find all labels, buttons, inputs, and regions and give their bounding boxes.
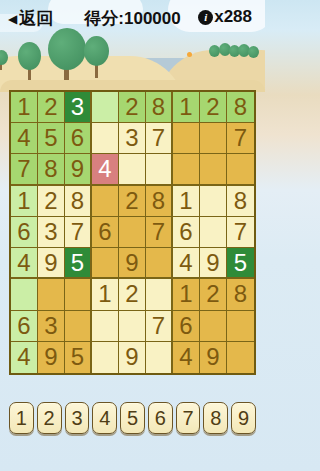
- sudoku-cell-r3c3[interactable]: 9: [65, 154, 92, 185]
- sudoku-cell-r3c1[interactable]: 7: [11, 154, 38, 185]
- numpad-key-9[interactable]: 9: [231, 402, 256, 434]
- sudoku-cell-r7c5[interactable]: 2: [119, 279, 146, 310]
- sudoku-cell-r5c9[interactable]: 7: [227, 217, 254, 248]
- numpad-key-4[interactable]: 4: [92, 402, 117, 434]
- sudoku-cell-r8c9[interactable]: [227, 311, 254, 342]
- sudoku-cell-r5c2[interactable]: 3: [38, 217, 65, 248]
- sudoku-cell-r1c2[interactable]: 2: [38, 92, 65, 123]
- sudoku-cell-r4c6[interactable]: 8: [146, 186, 173, 217]
- sudoku-cell-r2c5[interactable]: 3: [119, 123, 146, 154]
- sudoku-cell-r1c6[interactable]: 8: [146, 92, 173, 123]
- sudoku-cell-r1c4[interactable]: [92, 92, 119, 123]
- numpad-key-7[interactable]: 7: [176, 402, 201, 434]
- sudoku-cell-r6c6[interactable]: [146, 248, 173, 279]
- sudoku-cell-r1c7[interactable]: 1: [173, 92, 200, 123]
- sudoku-cell-r5c5[interactable]: [119, 217, 146, 248]
- sudoku-cell-r8c6[interactable]: 7: [146, 311, 173, 342]
- sudoku-cell-r9c9[interactable]: [227, 342, 254, 373]
- sudoku-cell-r2c1[interactable]: 4: [11, 123, 38, 154]
- sudoku-grid: 1232812845637778941282818637676749594951…: [9, 90, 256, 375]
- sudoku-cell-r7c4[interactable]: 1: [92, 279, 119, 310]
- sudoku-cell-r4c9[interactable]: 8: [227, 186, 254, 217]
- sudoku-cell-r6c1[interactable]: 4: [11, 248, 38, 279]
- sudoku-cell-r9c6[interactable]: [146, 342, 173, 373]
- sudoku-cell-r7c7[interactable]: 1: [173, 279, 200, 310]
- sudoku-cell-r3c8[interactable]: [200, 154, 227, 185]
- sudoku-cell-r9c4[interactable]: [92, 342, 119, 373]
- sudoku-cell-r9c8[interactable]: 9: [200, 342, 227, 373]
- sudoku-cell-r4c1[interactable]: 1: [11, 186, 38, 217]
- tree: [84, 36, 109, 66]
- sudoku-cell-r4c4[interactable]: [92, 186, 119, 217]
- top-bar: ◀ 返回 得分:100000 i x288: [0, 7, 265, 29]
- sudoku-cell-r5c4[interactable]: 6: [92, 217, 119, 248]
- sudoku-cell-r8c8[interactable]: [200, 311, 227, 342]
- sudoku-cell-r9c2[interactable]: 9: [38, 342, 65, 373]
- numpad-key-5[interactable]: 5: [120, 402, 145, 434]
- info-icon: i: [198, 10, 213, 25]
- sudoku-cell-r6c9[interactable]: 5: [227, 248, 254, 279]
- tree: [248, 46, 259, 58]
- sudoku-cell-r8c5[interactable]: [119, 311, 146, 342]
- sudoku-cell-r9c5[interactable]: 9: [119, 342, 146, 373]
- sudoku-cell-r5c3[interactable]: 7: [65, 217, 92, 248]
- sudoku-cell-r9c1[interactable]: 4: [11, 342, 38, 373]
- sudoku-cell-r2c4[interactable]: [92, 123, 119, 154]
- sudoku-cell-r6c3[interactable]: 5: [65, 248, 92, 279]
- sudoku-cell-r5c8[interactable]: [200, 217, 227, 248]
- sudoku-cell-r1c3[interactable]: 3: [65, 92, 92, 123]
- sudoku-cell-r7c2[interactable]: [38, 279, 65, 310]
- numpad-key-8[interactable]: 8: [203, 402, 228, 434]
- sudoku-cell-r7c8[interactable]: 2: [200, 279, 227, 310]
- sudoku-cell-r3c5[interactable]: [119, 154, 146, 185]
- sudoku-cell-r6c4[interactable]: [92, 248, 119, 279]
- back-label: 返回: [19, 7, 53, 30]
- sudoku-cell-r3c9[interactable]: [227, 154, 254, 185]
- sudoku-cell-r1c5[interactable]: 2: [119, 92, 146, 123]
- sudoku-cell-r9c3[interactable]: 5: [65, 342, 92, 373]
- sudoku-cell-r8c4[interactable]: [92, 311, 119, 342]
- sudoku-cell-r3c7[interactable]: [173, 154, 200, 185]
- sudoku-cell-r7c6[interactable]: [146, 279, 173, 310]
- sudoku-cell-r8c3[interactable]: [65, 311, 92, 342]
- sudoku-cell-r4c8[interactable]: [200, 186, 227, 217]
- numpad-key-6[interactable]: 6: [148, 402, 173, 434]
- sudoku-cell-r9c7[interactable]: 4: [173, 342, 200, 373]
- sudoku-cell-r2c7[interactable]: [173, 123, 200, 154]
- sudoku-cell-r2c9[interactable]: 7: [227, 123, 254, 154]
- sudoku-cell-r1c8[interactable]: 2: [200, 92, 227, 123]
- sudoku-cell-r6c5[interactable]: 9: [119, 248, 146, 279]
- sudoku-cell-r8c1[interactable]: 6: [11, 311, 38, 342]
- sudoku-cell-r5c1[interactable]: 6: [11, 217, 38, 248]
- sudoku-cell-r1c1[interactable]: 1: [11, 92, 38, 123]
- numpad-key-2[interactable]: 2: [37, 402, 62, 434]
- sudoku-cell-r8c2[interactable]: 3: [38, 311, 65, 342]
- sudoku-cell-r7c1[interactable]: [11, 279, 38, 310]
- sudoku-cell-r4c5[interactable]: 2: [119, 186, 146, 217]
- sudoku-cell-r5c7[interactable]: 6: [173, 217, 200, 248]
- sudoku-cell-r5c6[interactable]: 7: [146, 217, 173, 248]
- sudoku-cell-r2c6[interactable]: 7: [146, 123, 173, 154]
- sun-dot: [187, 52, 192, 57]
- sudoku-cell-r7c3[interactable]: [65, 279, 92, 310]
- sudoku-cell-r2c8[interactable]: [200, 123, 227, 154]
- score-display: 得分:100000: [84, 7, 180, 30]
- back-triangle-icon: ◀: [8, 13, 17, 25]
- numpad-key-3[interactable]: 3: [65, 402, 90, 434]
- sudoku-app: ◀ 返回 得分:100000 i x288 123281284563777894…: [0, 0, 265, 471]
- sudoku-cell-r8c7[interactable]: 6: [173, 311, 200, 342]
- tree: [48, 28, 86, 70]
- sudoku-cell-r4c3[interactable]: 8: [65, 186, 92, 217]
- hint-counter[interactable]: i x288: [198, 7, 252, 27]
- sudoku-cell-r6c8[interactable]: 9: [200, 248, 227, 279]
- sudoku-cell-r6c2[interactable]: 9: [38, 248, 65, 279]
- sudoku-cell-r3c6[interactable]: [146, 154, 173, 185]
- sudoku-cell-r2c2[interactable]: 5: [38, 123, 65, 154]
- tree: [18, 42, 41, 70]
- hint-count-label: x288: [214, 7, 252, 27]
- number-pad: 123456789: [9, 402, 256, 434]
- sudoku-cell-r4c2[interactable]: 2: [38, 186, 65, 217]
- sudoku-cell-r6c7[interactable]: 4: [173, 248, 200, 279]
- numpad-key-1[interactable]: 1: [9, 402, 34, 434]
- back-button[interactable]: ◀ 返回: [8, 7, 53, 30]
- sudoku-cell-r3c4[interactable]: 4: [92, 154, 119, 185]
- sudoku-cell-r1c9[interactable]: 8: [227, 92, 254, 123]
- sudoku-cell-r2c3[interactable]: 6: [65, 123, 92, 154]
- sudoku-cell-r7c9[interactable]: 8: [227, 279, 254, 310]
- sudoku-cell-r3c2[interactable]: 8: [38, 154, 65, 185]
- sudoku-cell-r4c7[interactable]: 1: [173, 186, 200, 217]
